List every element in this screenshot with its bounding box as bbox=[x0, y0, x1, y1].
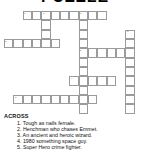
grid-cell-r7c9[interactable] bbox=[88, 76, 97, 85]
grid-cell-r7c10[interactable] bbox=[97, 76, 106, 85]
grid-cell-r0c10[interactable] bbox=[97, 11, 106, 20]
grid-cell-r3c1[interactable] bbox=[13, 39, 22, 48]
grid-cell-r9c5[interactable] bbox=[51, 95, 60, 104]
grid-cell-r4c12[interactable] bbox=[116, 48, 125, 57]
clue-number: 8 bbox=[127, 30, 128, 32]
grid-cell-r7c7[interactable]: 4 bbox=[69, 76, 78, 85]
grid-cell-r2c4[interactable] bbox=[41, 30, 50, 39]
grid-cell-r4c10[interactable] bbox=[97, 48, 106, 57]
clue-number: 5 bbox=[80, 49, 81, 51]
clues-section: ACROSS 1. Tough as nails female.2. Hench… bbox=[4, 113, 150, 150]
grid-cell-r2c8[interactable] bbox=[79, 30, 88, 39]
grid-cell-r7c8[interactable] bbox=[79, 76, 88, 85]
grid-cell-r9c7[interactable] bbox=[69, 95, 78, 104]
title-container: PUZZLE bbox=[0, 0, 150, 8]
grid-cell-r8c13[interactable] bbox=[125, 86, 134, 95]
clue-number: 6 bbox=[43, 12, 44, 14]
grid-cell-r0c8[interactable]: 7 bbox=[79, 11, 88, 20]
grid-cell-r6c13[interactable] bbox=[125, 67, 134, 76]
grid-cell-r9c8[interactable] bbox=[79, 95, 88, 104]
grid-cell-r3c8[interactable] bbox=[79, 39, 88, 48]
grid-cell-r9c6[interactable] bbox=[60, 95, 69, 104]
grid-cell-r0c9[interactable] bbox=[88, 11, 97, 20]
grid-cell-r3c3[interactable] bbox=[32, 39, 41, 48]
crossword-puzzle-page: PUZZLE 16782543 ACROSS 1. Tough as nails… bbox=[0, 0, 150, 150]
puzzle-title: PUZZLE bbox=[0, 0, 150, 4]
grid-cell-r4c9[interactable] bbox=[88, 48, 97, 57]
grid-cell-r5c8[interactable] bbox=[79, 58, 88, 67]
grid-cell-r1c4[interactable] bbox=[41, 20, 50, 29]
grid-cell-r0c4[interactable]: 6 bbox=[41, 11, 50, 20]
grid-cell-r3c5[interactable] bbox=[51, 39, 60, 48]
clue-across-5: 5. Super Hero crime fighter. bbox=[17, 144, 150, 150]
grid-cell-r7c11[interactable] bbox=[107, 76, 116, 85]
grid-cell-r9c3[interactable] bbox=[32, 95, 41, 104]
grid-cell-r3c4[interactable] bbox=[41, 39, 50, 48]
clue-number: 7 bbox=[80, 12, 81, 14]
grid-cell-r5c13[interactable] bbox=[125, 58, 134, 67]
grid-cell-r9c13[interactable] bbox=[125, 95, 134, 104]
clue-number: 3 bbox=[15, 96, 16, 98]
grid-cell-r4c8[interactable]: 5 bbox=[79, 48, 88, 57]
grid-cell-r9c2[interactable] bbox=[23, 95, 32, 104]
grid-cell-r0c2[interactable]: 1 bbox=[23, 11, 32, 20]
across-clue-list: 1. Tough as nails female.2. Henchman who… bbox=[4, 120, 150, 150]
grid-cell-r4c13[interactable] bbox=[125, 48, 134, 57]
crossword-grid: 16782543 bbox=[4, 11, 135, 114]
clue-number: 2 bbox=[5, 40, 6, 42]
grid-cell-r9c4[interactable] bbox=[41, 95, 50, 104]
grid-cell-r1c8[interactable] bbox=[79, 20, 88, 29]
grid-cell-r4c11[interactable] bbox=[107, 48, 116, 57]
grid-cell-r0c3[interactable] bbox=[32, 11, 41, 20]
grid-cell-r8c8[interactable] bbox=[79, 86, 88, 95]
grid-cell-r3c13[interactable] bbox=[125, 39, 134, 48]
grid-cell-r0c5[interactable] bbox=[51, 11, 60, 20]
grid-cell-r3c0[interactable]: 2 bbox=[4, 39, 13, 48]
grid-cell-r2c13[interactable]: 8 bbox=[125, 30, 134, 39]
grid-cell-r9c1[interactable]: 3 bbox=[13, 95, 22, 104]
grid-cell-r7c13[interactable] bbox=[125, 76, 134, 85]
grid-cell-r6c8[interactable] bbox=[79, 67, 88, 76]
grid-cell-r9c9[interactable] bbox=[88, 95, 97, 104]
grid-cell-r0c7[interactable] bbox=[69, 11, 78, 20]
clue-number: 1 bbox=[24, 12, 25, 14]
clue-number: 4 bbox=[71, 77, 72, 79]
grid-cell-r0c6[interactable] bbox=[60, 11, 69, 20]
grid-cell-r3c2[interactable] bbox=[23, 39, 32, 48]
